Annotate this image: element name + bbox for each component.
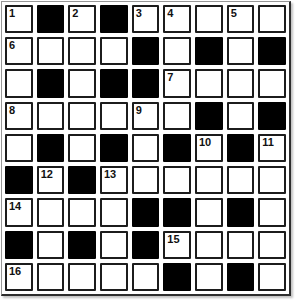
white-cell-r0c6[interactable] xyxy=(195,5,223,33)
black-cell-r6c4 xyxy=(132,198,160,226)
clue-number-11: 11 xyxy=(262,136,274,149)
white-cell-r2c7[interactable] xyxy=(227,69,255,97)
white-cell-r8c8[interactable] xyxy=(258,263,286,291)
black-cell-r4c7 xyxy=(227,134,255,162)
black-cell-r7c2 xyxy=(68,231,96,259)
white-cell-r3c4[interactable]: 9 xyxy=(132,102,160,130)
clue-number-9: 9 xyxy=(136,104,142,117)
white-cell-r7c7[interactable] xyxy=(227,231,255,259)
white-cell-r3c5[interactable] xyxy=(163,102,191,130)
black-cell-r3c6 xyxy=(195,102,223,130)
white-cell-r2c0[interactable] xyxy=(5,69,33,97)
black-cell-r6c7 xyxy=(227,198,255,226)
black-cell-r6c5 xyxy=(163,198,191,226)
white-cell-r5c3[interactable]: 13 xyxy=(100,166,128,194)
white-cell-r8c4[interactable] xyxy=(132,263,160,291)
white-cell-r1c7[interactable] xyxy=(227,37,255,65)
white-cell-r5c1[interactable]: 12 xyxy=(37,166,65,194)
clue-number-16: 16 xyxy=(9,265,21,278)
white-cell-r2c6[interactable] xyxy=(195,69,223,97)
white-cell-r8c2[interactable] xyxy=(68,263,96,291)
clue-number-2: 2 xyxy=(72,7,78,20)
clue-number-15: 15 xyxy=(167,233,179,246)
clue-number-13: 13 xyxy=(104,168,116,181)
crossword-grid: 12345678910111213141516 xyxy=(5,5,286,291)
white-cell-r4c4[interactable] xyxy=(132,134,160,162)
black-cell-r1c4 xyxy=(132,37,160,65)
clue-number-10: 10 xyxy=(199,136,211,149)
black-cell-r3c8 xyxy=(258,102,286,130)
black-cell-r4c5 xyxy=(163,134,191,162)
black-cell-r1c6 xyxy=(195,37,223,65)
clue-number-6: 6 xyxy=(9,39,15,52)
white-cell-r1c2[interactable] xyxy=(68,37,96,65)
clue-number-7: 7 xyxy=(167,71,173,84)
black-cell-r5c2 xyxy=(68,166,96,194)
white-cell-r5c8[interactable] xyxy=(258,166,286,194)
black-cell-r2c4 xyxy=(132,69,160,97)
clue-number-5: 5 xyxy=(231,7,237,20)
white-cell-r6c0[interactable]: 14 xyxy=(5,198,33,226)
white-cell-r4c2[interactable] xyxy=(68,134,96,162)
white-cell-r8c0[interactable]: 16 xyxy=(5,263,33,291)
white-cell-r3c0[interactable]: 8 xyxy=(5,102,33,130)
white-cell-r8c1[interactable] xyxy=(37,263,65,291)
black-cell-r0c3 xyxy=(100,5,128,33)
white-cell-r4c6[interactable]: 10 xyxy=(195,134,223,162)
white-cell-r7c3[interactable] xyxy=(100,231,128,259)
white-cell-r7c6[interactable] xyxy=(195,231,223,259)
white-cell-r8c6[interactable] xyxy=(195,263,223,291)
clue-number-14: 14 xyxy=(9,200,21,213)
black-cell-r2c3 xyxy=(100,69,128,97)
clue-number-12: 12 xyxy=(41,168,53,181)
black-cell-r8c5 xyxy=(163,263,191,291)
white-cell-r1c3[interactable] xyxy=(100,37,128,65)
white-cell-r5c6[interactable] xyxy=(195,166,223,194)
black-cell-r4c1 xyxy=(37,134,65,162)
black-cell-r5c0 xyxy=(5,166,33,194)
clue-number-8: 8 xyxy=(9,104,15,117)
white-cell-r4c8[interactable]: 11 xyxy=(258,134,286,162)
white-cell-r0c7[interactable]: 5 xyxy=(227,5,255,33)
white-cell-r0c8[interactable] xyxy=(258,5,286,33)
white-cell-r6c8[interactable] xyxy=(258,198,286,226)
white-cell-r2c8[interactable] xyxy=(258,69,286,97)
black-cell-r0c1 xyxy=(37,5,65,33)
clue-number-1: 1 xyxy=(9,7,15,20)
white-cell-r6c3[interactable] xyxy=(100,198,128,226)
white-cell-r4c0[interactable] xyxy=(5,134,33,162)
white-cell-r7c5[interactable]: 15 xyxy=(163,231,191,259)
white-cell-r7c8[interactable] xyxy=(258,231,286,259)
crossword-puzzle: 12345678910111213141516 xyxy=(0,0,295,303)
clue-number-3: 3 xyxy=(136,7,142,20)
white-cell-r2c2[interactable] xyxy=(68,69,96,97)
black-cell-r2c1 xyxy=(37,69,65,97)
black-cell-r7c0 xyxy=(5,231,33,259)
white-cell-r1c5[interactable] xyxy=(163,37,191,65)
clue-number-4: 4 xyxy=(167,7,173,20)
white-cell-r3c1[interactable] xyxy=(37,102,65,130)
white-cell-r1c0[interactable]: 6 xyxy=(5,37,33,65)
white-cell-r3c7[interactable] xyxy=(227,102,255,130)
white-cell-r7c1[interactable] xyxy=(37,231,65,259)
white-cell-r2c5[interactable]: 7 xyxy=(163,69,191,97)
white-cell-r3c3[interactable] xyxy=(100,102,128,130)
white-cell-r0c4[interactable]: 3 xyxy=(132,5,160,33)
white-cell-r1c1[interactable] xyxy=(37,37,65,65)
white-cell-r6c6[interactable] xyxy=(195,198,223,226)
white-cell-r6c1[interactable] xyxy=(37,198,65,226)
black-cell-r7c4 xyxy=(132,231,160,259)
black-cell-r8c7 xyxy=(227,263,255,291)
white-cell-r0c2[interactable]: 2 xyxy=(68,5,96,33)
black-cell-r1c8 xyxy=(258,37,286,65)
white-cell-r0c0[interactable]: 1 xyxy=(5,5,33,33)
white-cell-r6c2[interactable] xyxy=(68,198,96,226)
white-cell-r5c5[interactable] xyxy=(163,166,191,194)
white-cell-r5c7[interactable] xyxy=(227,166,255,194)
white-cell-r8c3[interactable] xyxy=(100,263,128,291)
white-cell-r5c4[interactable] xyxy=(132,166,160,194)
crossword-board: 12345678910111213141516 xyxy=(1,1,291,296)
white-cell-r3c2[interactable] xyxy=(68,102,96,130)
white-cell-r0c5[interactable]: 4 xyxy=(163,5,191,33)
black-cell-r4c3 xyxy=(100,134,128,162)
